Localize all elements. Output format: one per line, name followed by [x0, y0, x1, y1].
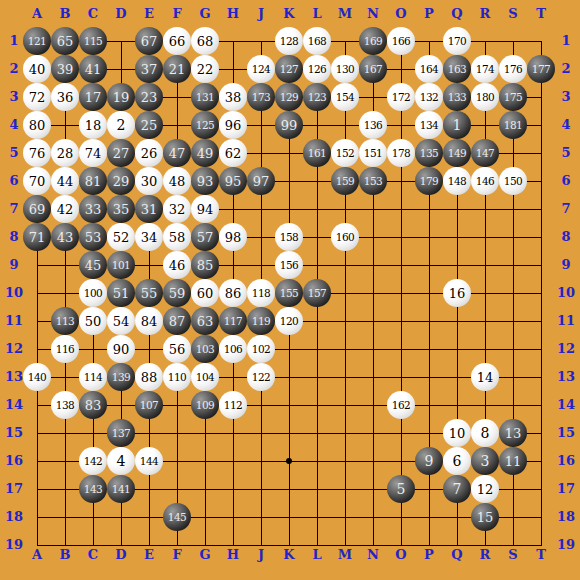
stone-q16-white[interactable]: 6 — [443, 447, 471, 475]
stone-l1-white[interactable]: 168 — [303, 27, 331, 55]
col-label-bottom-n: N — [362, 548, 384, 562]
stone-o17-black[interactable]: 5 — [387, 475, 415, 503]
stone-r13-white[interactable]: 14 — [471, 363, 499, 391]
stone-c6-black[interactable]: 81 — [79, 167, 107, 195]
stone-d13-black[interactable]: 139 — [107, 363, 135, 391]
stone-h5-white[interactable]: 62 — [219, 139, 247, 167]
move-number: 110 — [168, 372, 187, 383]
move-number: 32 — [169, 203, 186, 216]
move-number: 25 — [141, 119, 158, 132]
stone-l3-black[interactable]: 123 — [303, 83, 331, 111]
move-number: 154 — [336, 92, 355, 103]
stone-e13-white[interactable]: 88 — [135, 363, 163, 391]
row-label-left-13: 13 — [3, 370, 25, 384]
move-number: 160 — [336, 232, 355, 243]
stone-m5-white[interactable]: 152 — [331, 139, 359, 167]
stone-h8-white[interactable]: 98 — [219, 223, 247, 251]
stone-j3-black[interactable]: 173 — [247, 83, 275, 111]
col-label-top-k: K — [278, 7, 300, 21]
stone-h10-white[interactable]: 86 — [219, 279, 247, 307]
stone-f5-black[interactable]: 47 — [163, 139, 191, 167]
stone-e7-black[interactable]: 31 — [135, 195, 163, 223]
stone-a3-white[interactable]: 72 — [23, 83, 51, 111]
stone-a5-white[interactable]: 76 — [23, 139, 51, 167]
stone-b3-white[interactable]: 36 — [51, 83, 79, 111]
stone-o1-white[interactable]: 166 — [387, 27, 415, 55]
stone-c4-white[interactable]: 18 — [79, 111, 107, 139]
row-label-right-10: 10 — [555, 286, 577, 300]
stone-g12-black[interactable]: 103 — [191, 335, 219, 363]
row-label-right-11: 11 — [555, 314, 577, 328]
stone-l5-black[interactable]: 161 — [303, 139, 331, 167]
move-number: 31 — [141, 203, 158, 216]
stone-g13-white[interactable]: 104 — [191, 363, 219, 391]
move-number: 5 — [397, 482, 406, 496]
stone-a2-white[interactable]: 40 — [23, 55, 51, 83]
stone-k4-black[interactable]: 99 — [275, 111, 303, 139]
stone-m6-black[interactable]: 159 — [331, 167, 359, 195]
move-number: 33 — [85, 203, 102, 216]
move-number: 98 — [225, 231, 242, 244]
stone-c9-black[interactable]: 45 — [79, 251, 107, 279]
stone-h3-white[interactable]: 38 — [219, 83, 247, 111]
stone-b2-black[interactable]: 39 — [51, 55, 79, 83]
stone-e14-black[interactable]: 107 — [135, 391, 163, 419]
stone-n2-black[interactable]: 167 — [359, 55, 387, 83]
stone-a1-black[interactable]: 121 — [23, 27, 51, 55]
row-label-left-18: 18 — [3, 510, 25, 524]
stone-b14-white[interactable]: 138 — [51, 391, 79, 419]
stone-r16-black[interactable]: 3 — [471, 447, 499, 475]
grid-line-vertical — [345, 41, 346, 546]
move-number: 90 — [113, 343, 130, 356]
stone-f18-black[interactable]: 145 — [163, 503, 191, 531]
stone-c17-black[interactable]: 143 — [79, 475, 107, 503]
move-number: 86 — [225, 287, 242, 300]
stone-c3-black[interactable]: 17 — [79, 83, 107, 111]
stone-g2-white[interactable]: 22 — [191, 55, 219, 83]
stone-e3-black[interactable]: 23 — [135, 83, 163, 111]
move-number: 170 — [448, 36, 467, 47]
stone-q1-white[interactable]: 170 — [443, 27, 471, 55]
stone-f8-white[interactable]: 58 — [163, 223, 191, 251]
stone-f10-black[interactable]: 59 — [163, 279, 191, 307]
move-number: 56 — [169, 343, 186, 356]
move-number: 136 — [364, 120, 383, 131]
move-number: 129 — [280, 92, 299, 103]
col-label-top-q: Q — [446, 7, 468, 21]
go-game-diagram: ABCDEFGHJKLMNOPQRST ABCDEFGHJKLMNOPQRST … — [0, 0, 580, 580]
move-number: 144 — [140, 456, 159, 467]
move-number: 119 — [252, 316, 271, 327]
stone-a4-white[interactable]: 80 — [23, 111, 51, 139]
move-number: 153 — [364, 176, 383, 187]
col-label-top-g: G — [194, 7, 216, 21]
stone-g10-white[interactable]: 60 — [191, 279, 219, 307]
row-label-left-7: 7 — [3, 202, 25, 216]
stone-q17-black[interactable]: 7 — [443, 475, 471, 503]
move-number: 63 — [197, 315, 214, 328]
stone-b8-black[interactable]: 43 — [51, 223, 79, 251]
stone-c10-white[interactable]: 100 — [79, 279, 107, 307]
stone-e10-black[interactable]: 55 — [135, 279, 163, 307]
stone-a6-white[interactable]: 70 — [23, 167, 51, 195]
stone-c13-white[interactable]: 114 — [79, 363, 107, 391]
move-number: 122 — [252, 372, 271, 383]
move-number: 85 — [197, 259, 214, 272]
move-number: 133 — [448, 92, 467, 103]
move-number: 173 — [252, 92, 271, 103]
move-number: 181 — [504, 120, 523, 131]
move-number: 180 — [476, 92, 495, 103]
row-label-right-14: 14 — [555, 398, 577, 412]
row-label-left-14: 14 — [3, 398, 25, 412]
move-number: 137 — [112, 428, 131, 439]
stone-p5-black[interactable]: 135 — [415, 139, 443, 167]
stone-c14-black[interactable]: 83 — [79, 391, 107, 419]
move-number: 117 — [224, 316, 243, 327]
move-number: 93 — [197, 175, 214, 188]
move-number: 158 — [280, 232, 299, 243]
move-number: 95 — [225, 175, 242, 188]
grid-line-vertical — [541, 41, 542, 546]
row-label-left-9: 9 — [3, 258, 25, 272]
stone-k11-white[interactable]: 120 — [275, 307, 303, 335]
stone-t2-black[interactable]: 177 — [527, 55, 555, 83]
move-number: 70 — [29, 175, 46, 188]
stone-k9-white[interactable]: 156 — [275, 251, 303, 279]
stone-b6-white[interactable]: 44 — [51, 167, 79, 195]
stone-d11-white[interactable]: 54 — [107, 307, 135, 335]
stone-g7-white[interactable]: 94 — [191, 195, 219, 223]
stone-j2-white[interactable]: 124 — [247, 55, 275, 83]
move-number: 66 — [169, 35, 186, 48]
stone-s3-black[interactable]: 175 — [499, 83, 527, 111]
stone-s2-white[interactable]: 176 — [499, 55, 527, 83]
row-label-left-2: 2 — [3, 62, 25, 76]
stone-g14-black[interactable]: 109 — [191, 391, 219, 419]
stone-c16-white[interactable]: 142 — [79, 447, 107, 475]
move-number: 175 — [504, 92, 523, 103]
col-label-top-s: S — [502, 7, 524, 21]
move-number: 8 — [481, 426, 490, 440]
row-label-right-8: 8 — [555, 230, 577, 244]
col-label-top-b: B — [54, 7, 76, 21]
stone-e16-white[interactable]: 144 — [135, 447, 163, 475]
stone-n6-black[interactable]: 153 — [359, 167, 387, 195]
stone-j13-white[interactable]: 122 — [247, 363, 275, 391]
stone-f12-white[interactable]: 56 — [163, 335, 191, 363]
move-number: 148 — [448, 176, 467, 187]
stone-o3-white[interactable]: 172 — [387, 83, 415, 111]
stone-f2-black[interactable]: 21 — [163, 55, 191, 83]
grid-line-horizontal — [37, 545, 542, 546]
stone-r5-black[interactable]: 147 — [471, 139, 499, 167]
stone-f13-white[interactable]: 110 — [163, 363, 191, 391]
col-label-bottom-q: Q — [446, 548, 468, 562]
move-number: 16 — [449, 287, 466, 300]
stone-k1-white[interactable]: 128 — [275, 27, 303, 55]
stone-f1-white[interactable]: 66 — [163, 27, 191, 55]
stone-r17-white[interactable]: 12 — [471, 475, 499, 503]
move-number: 116 — [56, 344, 75, 355]
stone-g11-black[interactable]: 63 — [191, 307, 219, 335]
row-label-left-19: 19 — [3, 538, 25, 552]
stone-q15-white[interactable]: 10 — [443, 419, 471, 447]
stone-n1-black[interactable]: 169 — [359, 27, 387, 55]
stone-p4-white[interactable]: 134 — [415, 111, 443, 139]
stone-e8-white[interactable]: 34 — [135, 223, 163, 251]
stone-g1-white[interactable]: 68 — [191, 27, 219, 55]
stone-d7-black[interactable]: 35 — [107, 195, 135, 223]
stone-f11-black[interactable]: 87 — [163, 307, 191, 335]
stone-m3-white[interactable]: 154 — [331, 83, 359, 111]
move-number: 43 — [57, 231, 74, 244]
stone-m2-white[interactable]: 130 — [331, 55, 359, 83]
move-number: 58 — [169, 231, 186, 244]
stone-p6-black[interactable]: 179 — [415, 167, 443, 195]
move-number: 167 — [364, 64, 383, 75]
stone-r18-black[interactable]: 15 — [471, 503, 499, 531]
stone-d4-white[interactable]: 2 — [107, 111, 135, 139]
stone-d17-black[interactable]: 141 — [107, 475, 135, 503]
stone-s4-black[interactable]: 181 — [499, 111, 527, 139]
move-number: 121 — [28, 36, 47, 47]
stone-h11-black[interactable]: 117 — [219, 307, 247, 335]
stone-d10-black[interactable]: 51 — [107, 279, 135, 307]
col-label-top-e: E — [138, 7, 160, 21]
stone-g8-black[interactable]: 57 — [191, 223, 219, 251]
move-number: 128 — [280, 36, 299, 47]
stone-h12-white[interactable]: 106 — [219, 335, 247, 363]
stone-d6-black[interactable]: 29 — [107, 167, 135, 195]
stone-o14-white[interactable]: 162 — [387, 391, 415, 419]
move-number: 127 — [280, 64, 299, 75]
stone-b12-white[interactable]: 116 — [51, 335, 79, 363]
stone-k8-white[interactable]: 158 — [275, 223, 303, 251]
stone-p2-white[interactable]: 164 — [415, 55, 443, 83]
stone-g9-black[interactable]: 85 — [191, 251, 219, 279]
row-label-right-17: 17 — [555, 482, 577, 496]
move-number: 60 — [197, 287, 214, 300]
move-number: 71 — [29, 231, 46, 244]
stone-c2-black[interactable]: 41 — [79, 55, 107, 83]
move-number: 17 — [85, 91, 102, 104]
row-label-left-4: 4 — [3, 118, 25, 132]
stone-d8-white[interactable]: 52 — [107, 223, 135, 251]
stone-d9-black[interactable]: 101 — [107, 251, 135, 279]
move-number: 162 — [392, 400, 411, 411]
move-number: 149 — [448, 148, 467, 159]
col-label-bottom-p: P — [418, 548, 440, 562]
stone-q3-black[interactable]: 133 — [443, 83, 471, 111]
col-label-bottom-f: F — [166, 548, 188, 562]
col-label-top-r: R — [474, 7, 496, 21]
stone-e5-white[interactable]: 26 — [135, 139, 163, 167]
move-number: 39 — [57, 63, 74, 76]
move-number: 112 — [224, 400, 243, 411]
stone-c1-black[interactable]: 115 — [79, 27, 107, 55]
stone-q2-black[interactable]: 163 — [443, 55, 471, 83]
stone-q5-black[interactable]: 149 — [443, 139, 471, 167]
stone-g4-black[interactable]: 125 — [191, 111, 219, 139]
move-number: 155 — [280, 288, 299, 299]
col-label-bottom-c: C — [82, 548, 104, 562]
stone-h14-white[interactable]: 112 — [219, 391, 247, 419]
row-label-right-4: 4 — [555, 118, 577, 132]
stone-c8-black[interactable]: 53 — [79, 223, 107, 251]
stone-b7-white[interactable]: 42 — [51, 195, 79, 223]
move-number: 15 — [477, 511, 494, 524]
stone-r3-white[interactable]: 180 — [471, 83, 499, 111]
col-label-bottom-a: A — [26, 548, 48, 562]
move-number: 22 — [197, 63, 214, 76]
stone-f7-white[interactable]: 32 — [163, 195, 191, 223]
move-number: 68 — [197, 35, 214, 48]
stone-m8-white[interactable]: 160 — [331, 223, 359, 251]
move-number: 138 — [56, 400, 75, 411]
move-number: 10 — [449, 427, 466, 440]
stone-g6-black[interactable]: 93 — [191, 167, 219, 195]
col-label-bottom-e: E — [138, 548, 160, 562]
move-number: 169 — [364, 36, 383, 47]
move-number: 57 — [197, 231, 214, 244]
col-label-bottom-g: G — [194, 548, 216, 562]
stone-r15-white[interactable]: 8 — [471, 419, 499, 447]
move-number: 146 — [476, 176, 495, 187]
stone-l10-black[interactable]: 157 — [303, 279, 331, 307]
stone-n5-white[interactable]: 151 — [359, 139, 387, 167]
stone-e2-black[interactable]: 37 — [135, 55, 163, 83]
col-label-bottom-h: H — [222, 548, 244, 562]
row-label-right-16: 16 — [555, 454, 577, 468]
move-number: 135 — [420, 148, 439, 159]
stone-q4-black[interactable]: 1 — [443, 111, 471, 139]
row-label-right-1: 1 — [555, 34, 577, 48]
stone-a13-white[interactable]: 140 — [23, 363, 51, 391]
move-number: 140 — [28, 372, 47, 383]
stone-b1-black[interactable]: 65 — [51, 27, 79, 55]
stone-h4-white[interactable]: 96 — [219, 111, 247, 139]
row-label-right-19: 19 — [555, 538, 577, 552]
stone-e6-white[interactable]: 30 — [135, 167, 163, 195]
stone-p3-white[interactable]: 132 — [415, 83, 443, 111]
stone-a8-black[interactable]: 71 — [23, 223, 51, 251]
stone-e4-black[interactable]: 25 — [135, 111, 163, 139]
stone-q6-white[interactable]: 148 — [443, 167, 471, 195]
move-number: 120 — [280, 316, 299, 327]
stone-n4-white[interactable]: 136 — [359, 111, 387, 139]
stone-b5-white[interactable]: 28 — [51, 139, 79, 167]
col-label-bottom-t: T — [530, 548, 552, 562]
move-number: 29 — [113, 175, 130, 188]
stone-g5-black[interactable]: 49 — [191, 139, 219, 167]
go-board[interactable]: ABCDEFGHJKLMNOPQRST ABCDEFGHJKLMNOPQRST … — [0, 0, 580, 580]
stone-d15-black[interactable]: 137 — [107, 419, 135, 447]
move-number: 13 — [505, 427, 522, 440]
stone-j6-black[interactable]: 97 — [247, 167, 275, 195]
col-label-top-a: A — [26, 7, 48, 21]
stone-d16-white[interactable]: 4 — [107, 447, 135, 475]
stone-s15-black[interactable]: 13 — [499, 419, 527, 447]
row-label-left-10: 10 — [3, 286, 25, 300]
move-number: 87 — [169, 315, 186, 328]
move-number: 18 — [85, 119, 102, 132]
stone-r6-white[interactable]: 146 — [471, 167, 499, 195]
move-number: 53 — [85, 231, 102, 244]
col-label-top-h: H — [222, 7, 244, 21]
move-number: 101 — [112, 260, 131, 271]
stone-k3-black[interactable]: 129 — [275, 83, 303, 111]
row-label-left-12: 12 — [3, 342, 25, 356]
move-number: 172 — [392, 92, 411, 103]
move-number: 94 — [197, 203, 214, 216]
stone-q10-white[interactable]: 16 — [443, 279, 471, 307]
move-number: 2 — [117, 118, 126, 132]
star-point-k16 — [286, 458, 292, 464]
stone-d5-black[interactable]: 27 — [107, 139, 135, 167]
move-number: 96 — [225, 119, 242, 132]
move-number: 55 — [141, 287, 158, 300]
move-number: 14 — [477, 371, 494, 384]
move-number: 164 — [420, 64, 439, 75]
stone-k2-black[interactable]: 127 — [275, 55, 303, 83]
stone-l2-white[interactable]: 126 — [303, 55, 331, 83]
move-number: 26 — [141, 147, 158, 160]
move-number: 28 — [57, 147, 74, 160]
col-label-top-o: O — [390, 7, 412, 21]
stone-k10-black[interactable]: 155 — [275, 279, 303, 307]
stone-j10-white[interactable]: 118 — [247, 279, 275, 307]
stone-d12-white[interactable]: 90 — [107, 335, 135, 363]
move-number: 37 — [141, 63, 158, 76]
move-number: 147 — [476, 148, 495, 159]
stone-b11-black[interactable]: 113 — [51, 307, 79, 335]
stone-c5-white[interactable]: 74 — [79, 139, 107, 167]
stone-f6-white[interactable]: 48 — [163, 167, 191, 195]
stone-j12-white[interactable]: 102 — [247, 335, 275, 363]
stone-d3-black[interactable]: 19 — [107, 83, 135, 111]
stone-p16-black[interactable]: 9 — [415, 447, 443, 475]
stone-f9-white[interactable]: 46 — [163, 251, 191, 279]
stone-c7-black[interactable]: 33 — [79, 195, 107, 223]
col-label-top-c: C — [82, 7, 104, 21]
col-label-top-j: J — [250, 7, 272, 21]
row-label-right-13: 13 — [555, 370, 577, 384]
stone-s16-black[interactable]: 11 — [499, 447, 527, 475]
move-number: 113 — [56, 316, 75, 327]
stone-o5-white[interactable]: 178 — [387, 139, 415, 167]
stone-s6-white[interactable]: 150 — [499, 167, 527, 195]
stone-r2-white[interactable]: 174 — [471, 55, 499, 83]
stone-j11-black[interactable]: 119 — [247, 307, 275, 335]
stone-h6-black[interactable]: 95 — [219, 167, 247, 195]
col-label-bottom-s: S — [502, 548, 524, 562]
move-number: 41 — [85, 63, 102, 76]
move-number: 81 — [85, 175, 102, 188]
move-number: 50 — [85, 315, 102, 328]
stone-e11-white[interactable]: 84 — [135, 307, 163, 335]
stone-g3-black[interactable]: 131 — [191, 83, 219, 111]
move-number: 52 — [113, 231, 130, 244]
stone-a7-black[interactable]: 69 — [23, 195, 51, 223]
row-label-left-1: 1 — [3, 34, 25, 48]
stone-c11-white[interactable]: 50 — [79, 307, 107, 335]
move-number: 12 — [477, 483, 494, 496]
stone-e1-black[interactable]: 67 — [135, 27, 163, 55]
col-label-bottom-j: J — [250, 548, 272, 562]
move-number: 42 — [57, 203, 74, 216]
